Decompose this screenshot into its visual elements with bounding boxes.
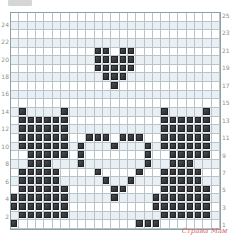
grid-cell [53, 65, 61, 74]
grid-cell [120, 91, 128, 100]
grid-cell [28, 125, 36, 134]
grid-cell [11, 56, 19, 65]
grid-cell [95, 194, 103, 203]
filled-stitch [161, 125, 167, 132]
grid-cell [153, 30, 161, 39]
filled-stitch [36, 186, 42, 193]
grid-cell [128, 39, 136, 48]
filled-stitch [28, 160, 34, 167]
grid-cell [95, 91, 103, 100]
grid-cell [103, 143, 111, 152]
grid-cell [153, 203, 161, 212]
grid-cell [103, 73, 111, 82]
filled-stitch [203, 212, 209, 219]
grid-cell [187, 160, 195, 169]
grid-cell [86, 108, 94, 117]
grid-cell [195, 160, 203, 169]
grid-cell [111, 151, 119, 160]
grid-cell [44, 186, 52, 195]
grid-cell [78, 82, 86, 91]
grid-cell [95, 134, 103, 143]
grid-cell [95, 203, 103, 212]
grid-cell [86, 48, 94, 57]
grid-cell [187, 177, 195, 186]
grid-cell [153, 125, 161, 134]
filled-stitch [19, 169, 25, 176]
filled-stitch [11, 203, 17, 210]
grid-cell [212, 194, 220, 203]
grid-cell [120, 65, 128, 74]
filled-stitch [195, 134, 201, 141]
grid-cell [78, 73, 86, 82]
grid-cell [28, 194, 36, 203]
grid-cell [111, 82, 119, 91]
grid-cell [95, 48, 103, 57]
grid-cell [95, 220, 103, 229]
grid-cell [153, 91, 161, 100]
grid-cell [145, 22, 153, 31]
grid-cell [36, 151, 44, 160]
grid-cell [103, 160, 111, 169]
grid-cell [161, 203, 169, 212]
filled-stitch [203, 151, 209, 158]
grid-cell [153, 73, 161, 82]
filled-stitch [145, 220, 151, 227]
grid-cell [161, 73, 169, 82]
grid-cell [70, 117, 78, 126]
grid-cell [86, 212, 94, 221]
filled-stitch [195, 177, 201, 184]
filled-stitch [178, 143, 184, 150]
grid-cell [111, 220, 119, 229]
grid-cell [61, 22, 69, 31]
grid-cell [111, 73, 119, 82]
grid-cell [187, 91, 195, 100]
grid-cell [70, 125, 78, 134]
filled-stitch [111, 143, 117, 150]
filled-stitch [19, 134, 25, 141]
grid-cell [212, 134, 220, 143]
grid-cell [19, 203, 27, 212]
grid-cell [36, 73, 44, 82]
filled-stitch [170, 117, 176, 124]
grid-cell [95, 125, 103, 134]
grid-cell [128, 56, 136, 65]
grid-cell [28, 91, 36, 100]
filled-stitch [187, 169, 193, 176]
filled-stitch [136, 220, 142, 227]
grid-cell [111, 169, 119, 178]
grid-cell [120, 56, 128, 65]
grid-cell [153, 194, 161, 203]
filled-stitch [203, 117, 209, 124]
filled-stitch [44, 177, 50, 184]
grid-cell [187, 212, 195, 221]
grid-cell [111, 65, 119, 74]
grid-cell [44, 194, 52, 203]
grid-cell [28, 134, 36, 143]
grid-cell [178, 13, 186, 22]
filled-stitch [53, 186, 59, 193]
grid-cell [19, 160, 27, 169]
grid-cell [212, 177, 220, 186]
grid-cell [19, 169, 27, 178]
grid-cell [44, 30, 52, 39]
filled-stitch [170, 143, 176, 150]
grid-cell [161, 22, 169, 31]
grid-cell [161, 117, 169, 126]
row-labels-right: 252321191715131197531 [222, 12, 230, 230]
grid-cell [28, 186, 36, 195]
filled-stitch [28, 117, 34, 124]
grid-cell [195, 73, 203, 82]
filled-stitch [28, 134, 34, 141]
grid-cell [19, 73, 27, 82]
grid-cell [11, 73, 19, 82]
grid-cell [95, 82, 103, 91]
filled-stitch [36, 177, 42, 184]
filled-stitch [178, 125, 184, 132]
grid-cell [120, 134, 128, 143]
filled-stitch [36, 125, 42, 132]
filled-stitch [19, 117, 25, 124]
grid-cell [187, 73, 195, 82]
grid-cell [178, 203, 186, 212]
filled-stitch [203, 186, 209, 193]
grid-cell [120, 169, 128, 178]
grid-cell [136, 160, 144, 169]
grid-cell [203, 169, 211, 178]
grid-cell [103, 91, 111, 100]
grid-cell [128, 220, 136, 229]
grid-cell [11, 48, 19, 57]
grid-cell [11, 143, 19, 152]
grid-cell [195, 177, 203, 186]
grid-cell [111, 117, 119, 126]
filled-stitch [44, 203, 50, 210]
grid-cell [161, 160, 169, 169]
filled-stitch [44, 194, 50, 201]
grid-cell [128, 91, 136, 100]
grid-cell [153, 99, 161, 108]
grid-cell [111, 203, 119, 212]
grid-cell [53, 186, 61, 195]
grid-cell [111, 212, 119, 221]
grid-cell [11, 134, 19, 143]
grid-cell [53, 56, 61, 65]
filled-stitch [161, 134, 167, 141]
grid-cell [61, 56, 69, 65]
grid-cell [70, 203, 78, 212]
grid-cell [170, 125, 178, 134]
grid-cell [36, 134, 44, 143]
grid-cell [203, 108, 211, 117]
grid-cell [178, 186, 186, 195]
grid-cell [11, 186, 19, 195]
grid-cell [78, 13, 86, 22]
filled-stitch [203, 134, 209, 141]
grid-cell [53, 151, 61, 160]
grid-cell [36, 30, 44, 39]
grid-cell [36, 13, 44, 22]
filled-stitch [170, 186, 176, 193]
grid-cell [212, 13, 220, 22]
grid-cell [103, 220, 111, 229]
filled-stitch [161, 194, 167, 201]
filled-stitch [187, 177, 193, 184]
grid-cell [19, 134, 27, 143]
grid-cell [28, 82, 36, 91]
grid-cell [11, 22, 19, 31]
grid-cell [153, 65, 161, 74]
grid-cell [28, 39, 36, 48]
grid-cell [170, 48, 178, 57]
grid-cell [136, 169, 144, 178]
row-number-label: 24 [0, 21, 9, 30]
grid-cell [120, 30, 128, 39]
grid-cell [11, 177, 19, 186]
grid-cell [78, 143, 86, 152]
grid-cell [195, 13, 203, 22]
row-number-label: 3 [222, 204, 230, 213]
filled-stitch [53, 143, 59, 150]
filled-stitch [161, 108, 167, 115]
grid-cell [36, 65, 44, 74]
grid-cell [103, 13, 111, 22]
grid-cell [19, 91, 27, 100]
filled-stitch [161, 143, 167, 150]
row-number-label: 21 [222, 47, 230, 56]
grid-cell [187, 203, 195, 212]
grid-cell [153, 22, 161, 31]
filled-stitch [19, 186, 25, 193]
grid-cell [61, 177, 69, 186]
grid-cell [128, 117, 136, 126]
grid-cell [178, 117, 186, 126]
grid-cell [95, 73, 103, 82]
filled-stitch [178, 160, 184, 167]
grid-cell [153, 220, 161, 229]
grid-cell [86, 56, 94, 65]
grid-cell [78, 151, 86, 160]
grid-cell [19, 13, 27, 22]
filled-stitch [178, 151, 184, 158]
grid-cell [120, 177, 128, 186]
grid-cell [153, 56, 161, 65]
grid-cell [170, 220, 178, 229]
grid-cell [44, 212, 52, 221]
grid-cell [203, 99, 211, 108]
grid-cell [61, 212, 69, 221]
grid-cell [212, 82, 220, 91]
grid-cell [212, 73, 220, 82]
grid-cell [11, 194, 19, 203]
grid-cell [195, 186, 203, 195]
grid-cell [44, 160, 52, 169]
filled-stitch [195, 194, 201, 201]
grid-cell [70, 30, 78, 39]
grid-cell [136, 108, 144, 117]
grid-cell [36, 82, 44, 91]
filled-stitch [19, 203, 25, 210]
grid-cell [170, 13, 178, 22]
filled-stitch [178, 203, 184, 210]
grid-cell [78, 177, 86, 186]
grid-cell [136, 186, 144, 195]
filled-stitch [36, 212, 42, 219]
grid-cell [78, 108, 86, 117]
grid-cell [145, 30, 153, 39]
grid-cell [103, 48, 111, 57]
grid-cell [44, 177, 52, 186]
grid-cell [11, 91, 19, 100]
grid-cell [195, 82, 203, 91]
grid-cell [128, 65, 136, 74]
filled-stitch [178, 169, 184, 176]
grid-cell [36, 48, 44, 57]
grid-cell [78, 22, 86, 31]
grid-cell [36, 91, 44, 100]
grid-cell [203, 212, 211, 221]
filled-stitch [145, 143, 151, 150]
grid-cell [36, 220, 44, 229]
grid-cell [145, 73, 153, 82]
grid-cell [95, 30, 103, 39]
grid-cell [28, 13, 36, 22]
grid-cell [19, 56, 27, 65]
grid-cell [28, 99, 36, 108]
filled-stitch [187, 117, 193, 124]
grid-cell [78, 39, 86, 48]
filled-stitch [36, 194, 42, 201]
filled-stitch [36, 203, 42, 210]
grid-cell [95, 177, 103, 186]
filled-stitch [103, 65, 109, 72]
grid-cell [103, 108, 111, 117]
grid-cell [19, 186, 27, 195]
filled-stitch [78, 151, 84, 158]
grid-cell [36, 22, 44, 31]
grid-cell [178, 99, 186, 108]
grid-cell [86, 99, 94, 108]
grid-cell [103, 134, 111, 143]
filled-stitch [44, 125, 50, 132]
grid-cell [53, 125, 61, 134]
filled-stitch [203, 194, 209, 201]
filled-stitch [44, 117, 50, 124]
filled-stitch [78, 160, 84, 167]
filled-stitch [128, 134, 134, 141]
grid-cell [103, 194, 111, 203]
grid-cell [203, 177, 211, 186]
grid-cell [178, 91, 186, 100]
grid-cell [44, 169, 52, 178]
grid-cell [11, 99, 19, 108]
grid-cell [28, 65, 36, 74]
grid-cell [11, 203, 19, 212]
filled-stitch [187, 194, 193, 201]
grid-cell [120, 194, 128, 203]
grid-cell [53, 160, 61, 169]
grid-cell [170, 212, 178, 221]
filled-stitch [103, 177, 109, 184]
filled-stitch [195, 186, 201, 193]
grid-cell [70, 65, 78, 74]
grid-cell [145, 117, 153, 126]
grid-cell [53, 212, 61, 221]
grid-cell [195, 151, 203, 160]
row-number-label: 7 [222, 169, 230, 178]
filled-stitch [53, 117, 59, 124]
grid-cell [178, 177, 186, 186]
grid-cell [111, 30, 119, 39]
grid-cell [161, 125, 169, 134]
grid-cell [153, 151, 161, 160]
grid-cell [170, 73, 178, 82]
row-number-label: 19 [222, 64, 230, 73]
grid-cell [61, 220, 69, 229]
grid-cell [28, 203, 36, 212]
grid-cell [212, 212, 220, 221]
filled-stitch [28, 151, 34, 158]
grid-cell [53, 177, 61, 186]
grid-cell [195, 212, 203, 221]
grid-cell [170, 99, 178, 108]
grid-cell [95, 160, 103, 169]
row-number-label: 6 [0, 178, 9, 187]
grid-cell [36, 56, 44, 65]
grid-cell [11, 212, 19, 221]
grid-cell [61, 203, 69, 212]
grid-cell [153, 48, 161, 57]
grid-cell [70, 48, 78, 57]
grid-cell [44, 13, 52, 22]
filled-stitch [170, 125, 176, 132]
grid-cell [36, 117, 44, 126]
grid-cell [70, 194, 78, 203]
grid-cell [61, 30, 69, 39]
filled-stitch [178, 177, 184, 184]
filled-stitch [128, 56, 134, 63]
filled-stitch [161, 169, 167, 176]
grid-cell [195, 48, 203, 57]
filled-stitch [61, 194, 67, 201]
grid-cell [111, 22, 119, 31]
grid-cell [103, 125, 111, 134]
grid-cell [212, 186, 220, 195]
grid-cell [95, 13, 103, 22]
filled-stitch [103, 134, 109, 141]
row-number-label: 13 [222, 117, 230, 126]
grid-cell [111, 91, 119, 100]
grid-cell [78, 212, 86, 221]
grid-cell [170, 151, 178, 160]
grid-cell [70, 73, 78, 82]
grid-cell [161, 186, 169, 195]
grid-cell [86, 39, 94, 48]
grid-cell [70, 13, 78, 22]
grid-cell [111, 194, 119, 203]
grid-cell [53, 39, 61, 48]
grid-cell [136, 13, 144, 22]
grid-cell [53, 169, 61, 178]
grid-cell [36, 143, 44, 152]
grid-cell [44, 117, 52, 126]
grid-cell [78, 65, 86, 74]
grid-cell [61, 73, 69, 82]
grid-cell [70, 169, 78, 178]
grid-cell [53, 117, 61, 126]
